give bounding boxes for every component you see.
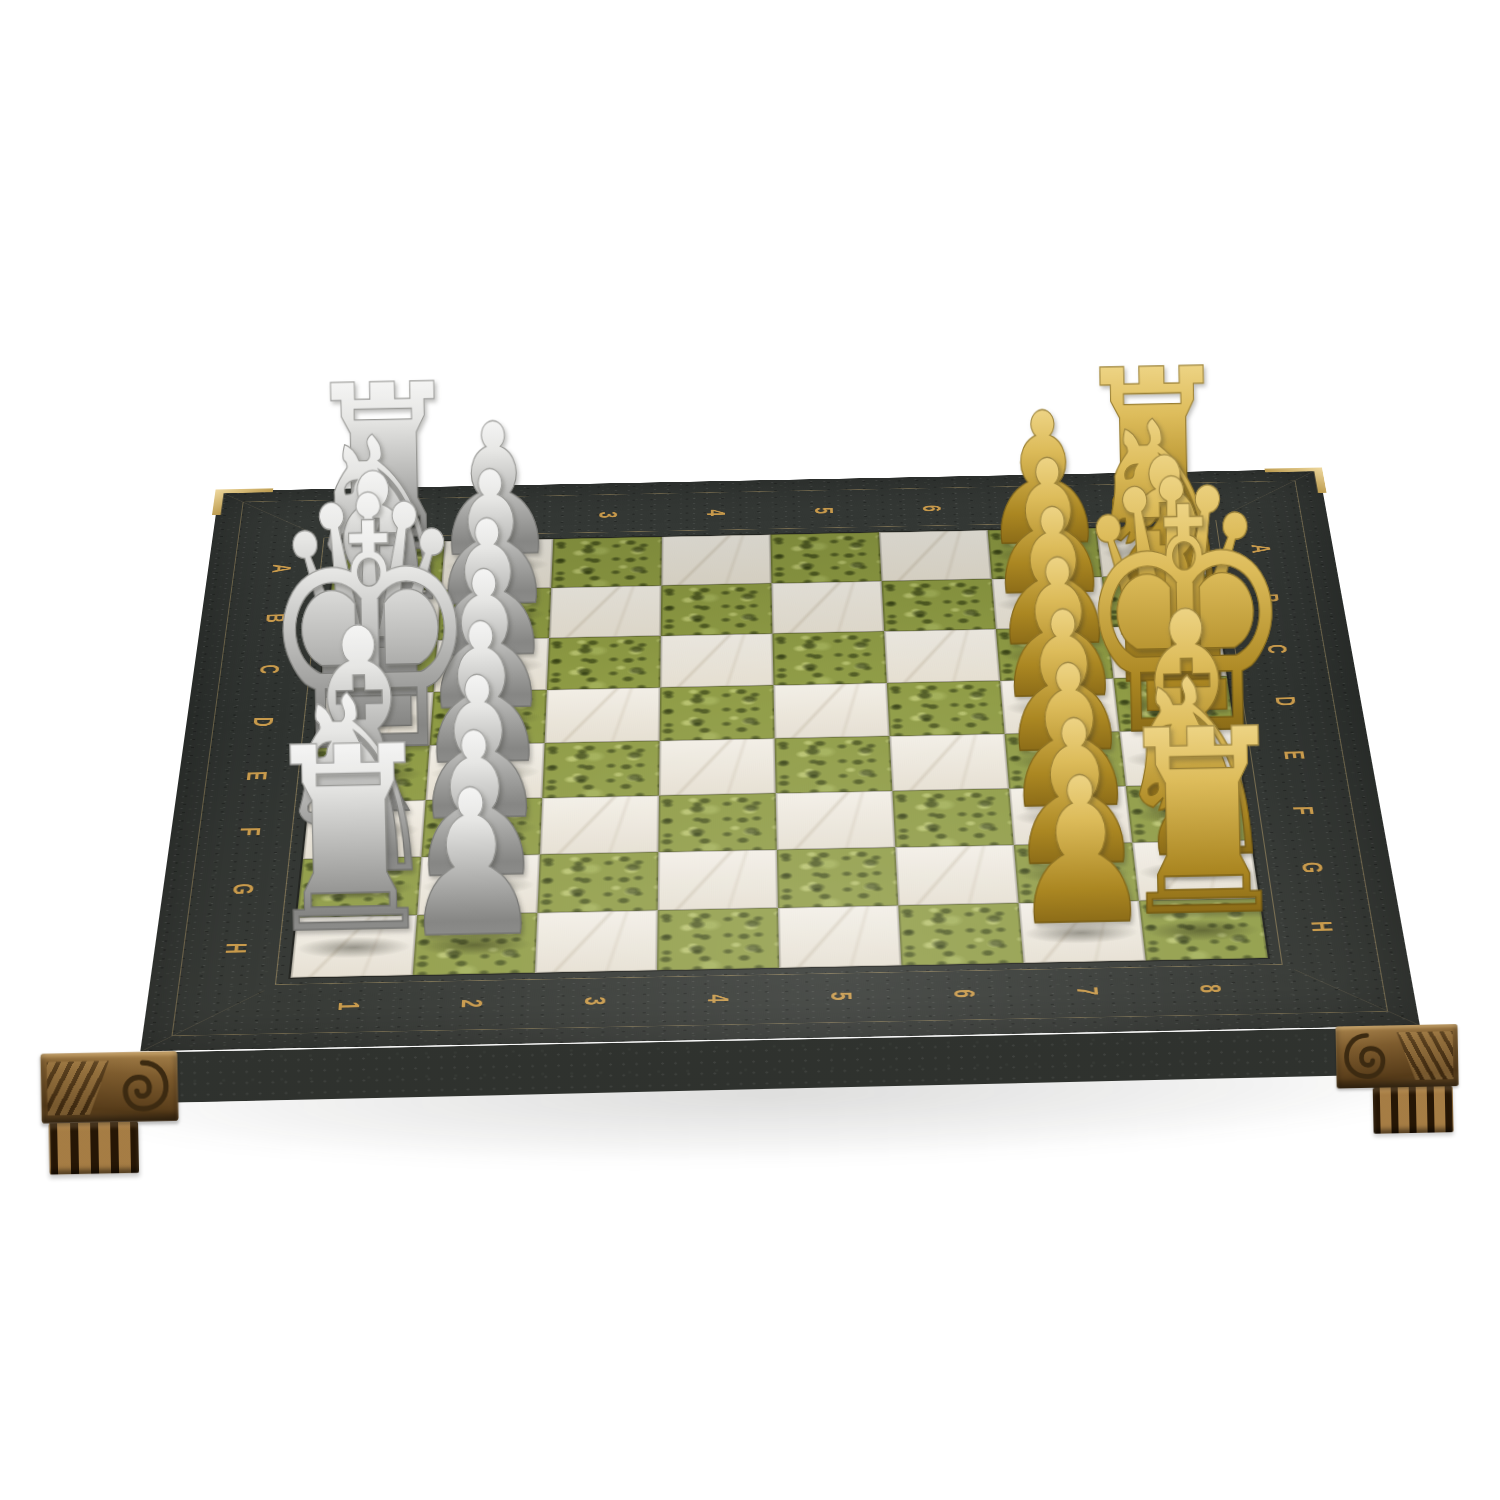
bronze-foot-left [40,1051,179,1175]
foot-fluted-base [1373,1086,1454,1134]
chess-board: AABBCCDDEEFFGGHH1122334455667788 ♜♞♝♛♚♝♞… [140,469,1420,1051]
ionic-volute-icon [1339,1028,1396,1085]
piece-gold-rook-h8: ♜ [1062,694,1343,954]
ionic-volute-icon [111,1055,175,1119]
rook-glyph: ♜ [1090,694,1316,953]
foot-fluted-base [49,1122,140,1175]
product-photo: AABBCCDDEEFFGGHH1122334455667788 ♜♞♝♛♚♝♞… [0,0,1500,1500]
foot-capital [40,1051,178,1123]
piece-silver-pawn-h2: ♟ [332,761,612,968]
scene: AABBCCDDEEFFGGHH1122334455667788 ♜♞♝♛♚♝♞… [0,0,1500,1500]
pawn-glyph: ♟ [359,762,584,968]
bronze-foot-right [1335,1024,1459,1134]
foot-capital [1335,1024,1458,1088]
